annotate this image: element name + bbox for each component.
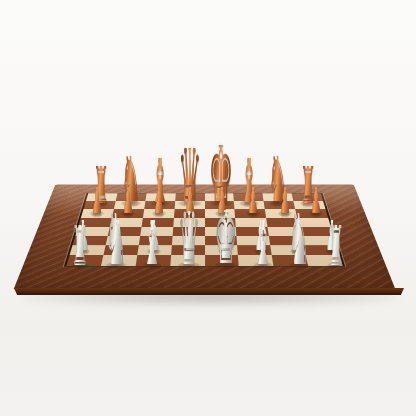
piece-shadow-b1	[105, 262, 127, 269]
piece-shadow-c7	[152, 210, 166, 217]
piece-shadow-f7	[246, 210, 260, 217]
piece-shadow-a7	[90, 210, 104, 217]
piece-shadow-g7	[278, 210, 292, 217]
piece-shadow-b7	[121, 210, 135, 217]
piece-b8-copper-knight: ♞	[117, 156, 144, 204]
piece-shadow-g2	[290, 248, 304, 255]
piece-shadow-a8	[93, 200, 109, 207]
piece-g7-copper-pawn: ♟	[271, 187, 298, 214]
piece-b2-silver-pawn: ♟	[104, 220, 131, 252]
piece-shadow-a2	[76, 248, 90, 255]
piece-b1-silver-knight: ♞	[102, 213, 129, 266]
piece-d2-silver-pawn: ♟	[176, 220, 203, 252]
piece-e2-silver-pawn: ♟	[211, 220, 238, 252]
piece-e8-copper-king: ♚	[207, 145, 234, 204]
piece-d1-silver-queen: ♛	[175, 211, 202, 266]
piece-shadow-f1	[253, 262, 272, 269]
piece-g8-copper-knight: ♞	[264, 156, 291, 204]
piece-h2-silver-pawn: ♟	[318, 220, 345, 252]
piece-c7-copper-pawn: ♟	[145, 187, 172, 214]
piece-e7-copper-pawn: ♟	[208, 187, 235, 214]
piece-f7-copper-pawn: ♟	[239, 187, 266, 214]
piece-shadow-d8	[178, 200, 202, 207]
piece-shadow-c8	[150, 200, 169, 207]
studio-background: ♜♞♝♛♚♝♞♜♟♟♟♟♟♟♟♟♟♟♟♟♟♟♟♟♜♞♝♛♚♝♞♜	[0, 0, 416, 416]
piece-c8-copper-bishop: ♝	[146, 158, 173, 204]
piece-shadow-g1	[288, 262, 310, 269]
piece-shadow-h8	[300, 200, 316, 207]
piece-shadow-b8	[121, 200, 141, 207]
piece-shadow-d1	[177, 262, 200, 269]
piece-e1-silver-king: ♚	[212, 210, 239, 266]
piece-f1-silver-bishop: ♝	[249, 220, 276, 266]
piece-a7-copper-pawn: ♟	[83, 187, 110, 214]
piece-shadow-a1	[71, 262, 88, 269]
piece-shadow-f2	[254, 248, 268, 255]
piece-f8-copper-bishop: ♝	[235, 158, 262, 204]
piece-b7-copper-pawn: ♟	[114, 187, 141, 214]
piece-h7-copper-pawn: ♟	[302, 187, 329, 214]
piece-a8-copper-rook: ♜	[87, 166, 114, 204]
piece-shadow-c2	[147, 248, 161, 255]
piece-shadow-f8	[239, 200, 258, 207]
piece-f2-silver-pawn: ♟	[247, 220, 274, 252]
piece-shadow-h2	[325, 248, 339, 255]
piece-shadow-e2	[218, 248, 232, 255]
piece-c2-silver-pawn: ♟	[140, 220, 167, 252]
piece-h8-copper-rook: ♜	[294, 166, 321, 204]
piece-shadow-d2	[183, 248, 197, 255]
piece-g2-silver-pawn: ♟	[283, 220, 310, 252]
piece-shadow-e1	[214, 262, 238, 269]
piece-d8-copper-queen: ♛	[176, 148, 203, 204]
piece-shadow-b2	[111, 248, 125, 255]
piece-shadow-g8	[268, 200, 288, 207]
piece-shadow-c1	[142, 262, 161, 269]
piece-shadow-e8	[209, 200, 234, 207]
piece-a2-silver-pawn: ♟	[69, 220, 96, 252]
pieces-layer: ♜♞♝♛♚♝♞♜♟♟♟♟♟♟♟♟♟♟♟♟♟♟♟♟♜♞♝♛♚♝♞♜	[0, 0, 416, 416]
piece-shadow-h7	[309, 210, 323, 217]
piece-c1-silver-bishop: ♝	[138, 220, 165, 266]
piece-shadow-e7	[215, 210, 229, 217]
piece-h1-silver-rook: ♜	[322, 225, 349, 266]
piece-shadow-h1	[327, 262, 344, 269]
piece-shadow-d7	[183, 210, 197, 217]
piece-g1-silver-knight: ♞	[285, 213, 312, 266]
piece-a1-silver-rook: ♜	[66, 225, 93, 266]
piece-d7-copper-pawn: ♟	[176, 187, 203, 214]
